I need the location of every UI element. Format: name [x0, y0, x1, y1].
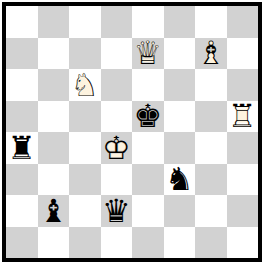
square-e2[interactable]: [132, 195, 164, 227]
square-a2[interactable]: [6, 195, 38, 227]
square-b6[interactable]: [38, 69, 70, 101]
white-piece-outline-glyph: ♔: [102, 132, 131, 164]
square-a7[interactable]: [6, 38, 38, 70]
square-c7[interactable]: [69, 38, 101, 70]
square-c4[interactable]: [69, 132, 101, 164]
black-piece-glyph: ♚: [133, 100, 162, 132]
square-b7[interactable]: [38, 38, 70, 70]
square-e4[interactable]: [132, 132, 164, 164]
square-h2[interactable]: [227, 195, 259, 227]
square-h5[interactable]: ♜♖: [227, 101, 259, 133]
white-piece-outline-glyph: ♗: [196, 37, 225, 69]
square-h3[interactable]: [227, 164, 259, 196]
square-c8[interactable]: [69, 6, 101, 38]
square-h8[interactable]: [227, 6, 259, 38]
square-h6[interactable]: [227, 69, 259, 101]
piece-black-bishop[interactable]: ♝: [39, 195, 68, 227]
square-f8[interactable]: [164, 6, 196, 38]
chess-diagram: ♛♕♝♗♞♘♚♜♖♜♚♔♞♝♛: [0, 0, 264, 264]
square-g7[interactable]: ♝♗: [195, 38, 227, 70]
square-d2[interactable]: ♛: [101, 195, 133, 227]
piece-black-rook[interactable]: ♜: [7, 132, 36, 164]
square-f5[interactable]: [164, 101, 196, 133]
square-g8[interactable]: [195, 6, 227, 38]
square-d7[interactable]: [101, 38, 133, 70]
square-d3[interactable]: [101, 164, 133, 196]
square-h4[interactable]: [227, 132, 259, 164]
square-f6[interactable]: [164, 69, 196, 101]
square-d6[interactable]: [101, 69, 133, 101]
white-piece-outline-glyph: ♖: [228, 100, 257, 132]
black-piece-glyph: ♛: [102, 195, 131, 227]
square-b1[interactable]: [38, 227, 70, 259]
white-piece-outline-glyph: ♕: [133, 37, 162, 69]
square-h1[interactable]: [227, 227, 259, 259]
black-piece-glyph: ♜: [7, 132, 36, 164]
square-e6[interactable]: [132, 69, 164, 101]
square-g4[interactable]: [195, 132, 227, 164]
square-a3[interactable]: [6, 164, 38, 196]
piece-white-rook[interactable]: ♜♖: [228, 100, 257, 132]
square-c3[interactable]: [69, 164, 101, 196]
board-frame: ♛♕♝♗♞♘♚♜♖♜♚♔♞♝♛: [2, 2, 262, 262]
square-b8[interactable]: [38, 6, 70, 38]
piece-white-king[interactable]: ♚♔: [102, 132, 131, 164]
square-c6[interactable]: ♞♘: [69, 69, 101, 101]
white-piece-outline-glyph: ♘: [70, 69, 99, 101]
piece-black-queen[interactable]: ♛: [102, 195, 131, 227]
chess-board: ♛♕♝♗♞♘♚♜♖♜♚♔♞♝♛: [6, 6, 258, 258]
black-piece-glyph: ♞: [165, 163, 194, 195]
square-f3[interactable]: ♞: [164, 164, 196, 196]
square-d4[interactable]: ♚♔: [101, 132, 133, 164]
square-c2[interactable]: [69, 195, 101, 227]
square-b2[interactable]: ♝: [38, 195, 70, 227]
square-a8[interactable]: [6, 6, 38, 38]
square-g3[interactable]: [195, 164, 227, 196]
square-e1[interactable]: [132, 227, 164, 259]
square-g6[interactable]: [195, 69, 227, 101]
square-e3[interactable]: [132, 164, 164, 196]
square-d1[interactable]: [101, 227, 133, 259]
square-c5[interactable]: [69, 101, 101, 133]
square-e8[interactable]: [132, 6, 164, 38]
square-a5[interactable]: [6, 101, 38, 133]
square-f7[interactable]: [164, 38, 196, 70]
square-b5[interactable]: [38, 101, 70, 133]
square-f2[interactable]: [164, 195, 196, 227]
square-g1[interactable]: [195, 227, 227, 259]
black-piece-glyph: ♝: [39, 195, 68, 227]
square-g5[interactable]: [195, 101, 227, 133]
piece-white-queen[interactable]: ♛♕: [133, 37, 162, 69]
piece-black-king[interactable]: ♚: [133, 100, 162, 132]
square-a6[interactable]: [6, 69, 38, 101]
piece-black-knight[interactable]: ♞: [165, 163, 194, 195]
square-f4[interactable]: [164, 132, 196, 164]
square-d5[interactable]: [101, 101, 133, 133]
square-c1[interactable]: [69, 227, 101, 259]
square-d8[interactable]: [101, 6, 133, 38]
square-a4[interactable]: ♜: [6, 132, 38, 164]
square-g2[interactable]: [195, 195, 227, 227]
square-f1[interactable]: [164, 227, 196, 259]
square-b3[interactable]: [38, 164, 70, 196]
square-e7[interactable]: ♛♕: [132, 38, 164, 70]
square-e5[interactable]: ♚: [132, 101, 164, 133]
square-a1[interactable]: [6, 227, 38, 259]
piece-white-bishop[interactable]: ♝♗: [196, 37, 225, 69]
square-h7[interactable]: [227, 38, 259, 70]
square-b4[interactable]: [38, 132, 70, 164]
piece-white-knight[interactable]: ♞♘: [70, 69, 99, 101]
